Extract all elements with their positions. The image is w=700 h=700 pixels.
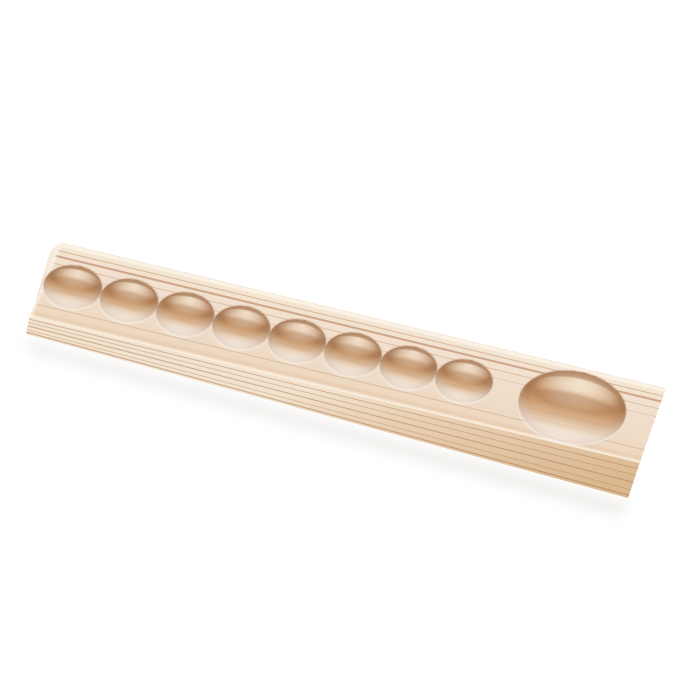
product-photo xyxy=(0,0,700,700)
